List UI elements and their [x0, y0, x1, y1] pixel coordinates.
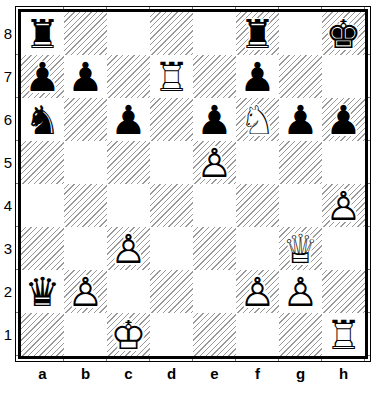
square-e1[interactable] [193, 313, 236, 356]
square-h6[interactable]: ♟ [322, 98, 365, 141]
square-c1[interactable]: ♚♔ [107, 313, 150, 356]
square-a7[interactable]: ♟ [21, 55, 64, 98]
piece-glyph: ♟ [21, 55, 64, 98]
piece-glyph: ♛ [21, 270, 64, 313]
square-d1[interactable] [150, 313, 193, 356]
frame-tick-marks-bottom [21, 359, 365, 361]
piece-glyph: ♙ [322, 184, 365, 227]
piece-bK-h8: ♚ [322, 12, 365, 55]
square-e8[interactable] [193, 12, 236, 55]
square-e7[interactable] [193, 55, 236, 98]
square-f7[interactable]: ♟ [236, 55, 279, 98]
piece-glyph: ♟ [64, 55, 107, 98]
board-inner-frame: ♜♜♚♟♟♜♖♟♞♟♟♞♘♟♟♟♙♟♙♟♙♛♕♛♟♙♟♙♟♙♚♔♜♖ [18, 9, 368, 359]
square-b1[interactable] [64, 313, 107, 356]
square-a8[interactable]: ♜ [21, 12, 64, 55]
square-d8[interactable] [150, 12, 193, 55]
square-b8[interactable] [64, 12, 107, 55]
square-g6[interactable]: ♟ [279, 98, 322, 141]
square-h5[interactable] [322, 141, 365, 184]
piece-wQ-g3: ♛♕ [279, 227, 322, 270]
piece-bP-b7: ♟ [64, 55, 107, 98]
piece-glyph: ♘ [236, 98, 279, 141]
piece-glyph: ♖ [150, 55, 193, 98]
piece-glyph: ♚ [322, 12, 365, 55]
piece-bP-c6: ♟ [107, 98, 150, 141]
square-b6[interactable] [64, 98, 107, 141]
square-d2[interactable] [150, 270, 193, 313]
file-label-g: g [279, 365, 322, 382]
rank-label-3: 3 [0, 227, 15, 270]
square-e5[interactable]: ♟♙ [193, 141, 236, 184]
piece-bP-g6: ♟ [279, 98, 322, 141]
square-e6[interactable]: ♟ [193, 98, 236, 141]
square-d5[interactable] [150, 141, 193, 184]
square-g3[interactable]: ♛♕ [279, 227, 322, 270]
rank-label-5: 5 [0, 141, 15, 184]
square-d7[interactable]: ♜♖ [150, 55, 193, 98]
square-h1[interactable]: ♜♖ [322, 313, 365, 356]
square-h8[interactable]: ♚ [322, 12, 365, 55]
square-e4[interactable] [193, 184, 236, 227]
square-f1[interactable] [236, 313, 279, 356]
square-d4[interactable] [150, 184, 193, 227]
square-b3[interactable] [64, 227, 107, 270]
square-a3[interactable] [21, 227, 64, 270]
piece-glyph: ♟ [107, 98, 150, 141]
piece-wP-c3: ♟♙ [107, 227, 150, 270]
square-f4[interactable] [236, 184, 279, 227]
rank-labels: 87654321 [0, 6, 15, 356]
board-area: 87654321 ♜♜♚♟♟♜♖♟♞♟♟♞♘♟♟♟♙♟♙♟♙♛♕♛♟♙♟♙♟♙♚… [0, 6, 387, 362]
chess-diagram: 87654321 ♜♜♚♟♟♜♖♟♞♟♟♞♘♟♟♟♙♟♙♟♙♛♕♛♟♙♟♙♟♙♚… [0, 0, 387, 394]
rank-label-2: 2 [0, 270, 15, 313]
square-a2[interactable]: ♛ [21, 270, 64, 313]
piece-bN-a6: ♞ [21, 98, 64, 141]
piece-glyph: ♙ [279, 270, 322, 313]
square-g8[interactable] [279, 12, 322, 55]
piece-bR-f8: ♜ [236, 12, 279, 55]
square-h2[interactable] [322, 270, 365, 313]
square-g5[interactable] [279, 141, 322, 184]
square-b2[interactable]: ♟♙ [64, 270, 107, 313]
piece-bP-f7: ♟ [236, 55, 279, 98]
piece-bR-a8: ♜ [21, 12, 64, 55]
square-b5[interactable] [64, 141, 107, 184]
square-a4[interactable] [21, 184, 64, 227]
square-f8[interactable]: ♜ [236, 12, 279, 55]
rank-label-7: 7 [0, 55, 15, 98]
piece-glyph: ♞ [21, 98, 64, 141]
piece-wP-e5: ♟♙ [193, 141, 236, 184]
rank-label-8: 8 [0, 12, 15, 55]
square-c5[interactable] [107, 141, 150, 184]
square-g2[interactable]: ♟♙ [279, 270, 322, 313]
file-label-e: e [193, 365, 236, 382]
file-label-b: b [64, 365, 107, 382]
square-c7[interactable] [107, 55, 150, 98]
piece-glyph: ♙ [193, 141, 236, 184]
rank-label-6: 6 [0, 98, 15, 141]
square-e3[interactable] [193, 227, 236, 270]
piece-wR-h1: ♜♖ [322, 313, 365, 356]
frame-tick-marks-right [368, 12, 370, 356]
square-e2[interactable] [193, 270, 236, 313]
piece-wK-c1: ♚♔ [107, 313, 150, 356]
square-f6[interactable]: ♞♘ [236, 98, 279, 141]
square-d3[interactable] [150, 227, 193, 270]
piece-glyph: ♟ [322, 98, 365, 141]
square-d6[interactable] [150, 98, 193, 141]
square-c8[interactable] [107, 12, 150, 55]
piece-wP-h4: ♟♙ [322, 184, 365, 227]
piece-bP-h6: ♟ [322, 98, 365, 141]
piece-wP-f2: ♟♙ [236, 270, 279, 313]
piece-glyph: ♟ [279, 98, 322, 141]
piece-glyph: ♙ [107, 227, 150, 270]
file-label-h: h [322, 365, 365, 382]
file-labels: abcdefgh [21, 365, 387, 382]
piece-glyph: ♜ [21, 12, 64, 55]
frame-tick-marks-left [16, 12, 18, 356]
square-a6[interactable]: ♞ [21, 98, 64, 141]
square-g1[interactable] [279, 313, 322, 356]
square-c3[interactable]: ♟♙ [107, 227, 150, 270]
square-h7[interactable] [322, 55, 365, 98]
frame-tick-marks-top [21, 7, 365, 9]
file-label-a: a [21, 365, 64, 382]
square-c4[interactable] [107, 184, 150, 227]
piece-glyph: ♔ [107, 313, 150, 356]
square-f2[interactable]: ♟♙ [236, 270, 279, 313]
file-label-c: c [107, 365, 150, 382]
piece-wP-g2: ♟♙ [279, 270, 322, 313]
board-frame: ♜♜♚♟♟♜♖♟♞♟♟♞♘♟♟♟♙♟♙♟♙♛♕♛♟♙♟♙♟♙♚♔♜♖ [15, 6, 371, 362]
piece-bQ-a2: ♛ [21, 270, 64, 313]
piece-wP-b2: ♟♙ [64, 270, 107, 313]
file-label-d: d [150, 365, 193, 382]
piece-bP-a7: ♟ [21, 55, 64, 98]
rank-label-4: 4 [0, 184, 15, 227]
square-a5[interactable] [21, 141, 64, 184]
piece-glyph: ♖ [322, 313, 365, 356]
square-c2[interactable] [107, 270, 150, 313]
square-f5[interactable] [236, 141, 279, 184]
piece-glyph: ♙ [64, 270, 107, 313]
rank-label-1: 1 [0, 313, 15, 356]
square-b7[interactable]: ♟ [64, 55, 107, 98]
piece-bP-e6: ♟ [193, 98, 236, 141]
square-h4[interactable]: ♟♙ [322, 184, 365, 227]
piece-wN-f6: ♞♘ [236, 98, 279, 141]
square-b4[interactable] [64, 184, 107, 227]
piece-glyph: ♟ [236, 55, 279, 98]
piece-wR-d7: ♜♖ [150, 55, 193, 98]
piece-glyph: ♕ [279, 227, 322, 270]
file-label-f: f [236, 365, 279, 382]
square-g7[interactable] [279, 55, 322, 98]
piece-glyph: ♟ [193, 98, 236, 141]
square-c6[interactable]: ♟ [107, 98, 150, 141]
square-h3[interactable] [322, 227, 365, 270]
square-f3[interactable] [236, 227, 279, 270]
square-a1[interactable] [21, 313, 64, 356]
piece-glyph: ♜ [236, 12, 279, 55]
board-grid: ♜♜♚♟♟♜♖♟♞♟♟♞♘♟♟♟♙♟♙♟♙♛♕♛♟♙♟♙♟♙♚♔♜♖ [21, 12, 365, 356]
piece-glyph: ♙ [236, 270, 279, 313]
square-g4[interactable] [279, 184, 322, 227]
